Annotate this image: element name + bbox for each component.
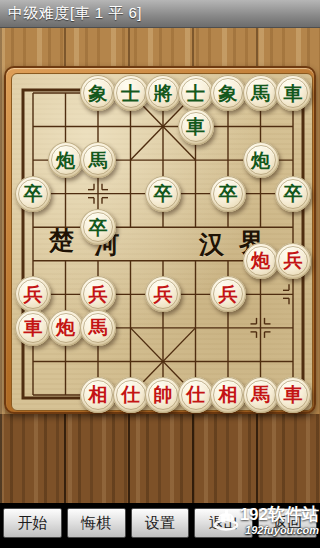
piece-glyph: 兵 xyxy=(284,251,303,270)
piece-glyph: 車 xyxy=(186,117,205,136)
piece-red-仕[interactable]: 仕 xyxy=(178,377,214,413)
piece-glyph: 卒 xyxy=(219,184,238,203)
piece-red-車[interactable]: 車 xyxy=(15,310,51,346)
piece-red-帥[interactable]: 帥 xyxy=(145,377,181,413)
piece-glyph: 卒 xyxy=(24,184,43,203)
piece-black-馬[interactable]: 馬 xyxy=(80,142,116,178)
piece-glyph: 車 xyxy=(284,84,303,103)
piece-black-卒[interactable]: 卒 xyxy=(145,176,181,212)
piece-red-車[interactable]: 車 xyxy=(275,377,311,413)
piece-glyph: 卒 xyxy=(284,184,303,203)
piece-red-相[interactable]: 相 xyxy=(80,377,116,413)
piece-red-馬[interactable]: 馬 xyxy=(80,310,116,346)
board-panel: 楚河汉界象士將士象馬車車炮馬炮卒卒卒卒卒炮兵兵兵兵兵車炮馬相仕帥仕相馬車 xyxy=(4,66,316,414)
piece-glyph: 炮 xyxy=(251,251,270,270)
piece-glyph: 兵 xyxy=(154,285,173,304)
piece-glyph: 炮 xyxy=(251,151,270,170)
piece-black-炮[interactable]: 炮 xyxy=(243,142,279,178)
piece-black-卒[interactable]: 卒 xyxy=(80,209,116,245)
piece-glyph: 馬 xyxy=(89,318,108,337)
piece-red-馬[interactable]: 馬 xyxy=(243,377,279,413)
piece-black-車[interactable]: 車 xyxy=(275,75,311,111)
piece-glyph: 卒 xyxy=(154,184,173,203)
piece-black-士[interactable]: 士 xyxy=(178,75,214,111)
board[interactable]: 楚河汉界象士將士象馬車車炮馬炮卒卒卒卒卒炮兵兵兵兵兵車炮馬相仕帥仕相馬車 xyxy=(11,73,313,411)
piece-glyph: 仕 xyxy=(186,385,205,404)
piece-glyph: 仕 xyxy=(121,385,140,404)
piece-black-車[interactable]: 車 xyxy=(178,109,214,145)
piece-glyph: 兵 xyxy=(24,285,43,304)
piece-glyph: 相 xyxy=(89,385,108,404)
title-bar: 中级难度[車 1 平 6] xyxy=(0,0,320,28)
piece-black-將[interactable]: 將 xyxy=(145,75,181,111)
piece-glyph: 炮 xyxy=(56,151,75,170)
piece-glyph: 士 xyxy=(186,84,205,103)
piece-glyph: 兵 xyxy=(89,285,108,304)
piece-glyph: 車 xyxy=(24,318,43,337)
piece-black-象[interactable]: 象 xyxy=(210,75,246,111)
piece-glyph: 車 xyxy=(284,385,303,404)
back-button[interactable]: 返回 xyxy=(258,508,317,538)
piece-glyph: 將 xyxy=(154,84,173,103)
piece-black-卒[interactable]: 卒 xyxy=(275,176,311,212)
piece-black-士[interactable]: 士 xyxy=(113,75,149,111)
piece-red-兵[interactable]: 兵 xyxy=(275,243,311,279)
river-label: 楚 xyxy=(49,228,74,253)
bottom-toolbar: 开始悔棋设置退出返回 xyxy=(0,503,320,548)
piece-glyph: 兵 xyxy=(219,285,238,304)
page-title: 中级难度[車 1 平 6] xyxy=(8,4,142,23)
river-label: 汉 xyxy=(199,232,224,257)
piece-glyph: 炮 xyxy=(56,318,75,337)
piece-black-卒[interactable]: 卒 xyxy=(15,176,51,212)
piece-glyph: 帥 xyxy=(154,385,173,404)
piece-glyph: 士 xyxy=(121,84,140,103)
piece-glyph: 象 xyxy=(219,84,238,103)
piece-glyph: 卒 xyxy=(89,218,108,237)
exit-button[interactable]: 退出 xyxy=(194,508,253,538)
piece-red-仕[interactable]: 仕 xyxy=(113,377,149,413)
piece-black-炮[interactable]: 炮 xyxy=(48,142,84,178)
piece-red-炮[interactable]: 炮 xyxy=(243,243,279,279)
piece-red-炮[interactable]: 炮 xyxy=(48,310,84,346)
piece-glyph: 馬 xyxy=(251,385,270,404)
piece-black-象[interactable]: 象 xyxy=(80,75,116,111)
piece-glyph: 象 xyxy=(89,84,108,103)
piece-glyph: 馬 xyxy=(251,84,270,103)
settings-button[interactable]: 设置 xyxy=(131,508,190,538)
start-button[interactable]: 开始 xyxy=(3,508,62,538)
piece-black-馬[interactable]: 馬 xyxy=(243,75,279,111)
piece-glyph: 相 xyxy=(219,385,238,404)
piece-black-卒[interactable]: 卒 xyxy=(210,176,246,212)
piece-glyph: 馬 xyxy=(89,151,108,170)
piece-red-相[interactable]: 相 xyxy=(210,377,246,413)
undo-button[interactable]: 悔棋 xyxy=(67,508,126,538)
